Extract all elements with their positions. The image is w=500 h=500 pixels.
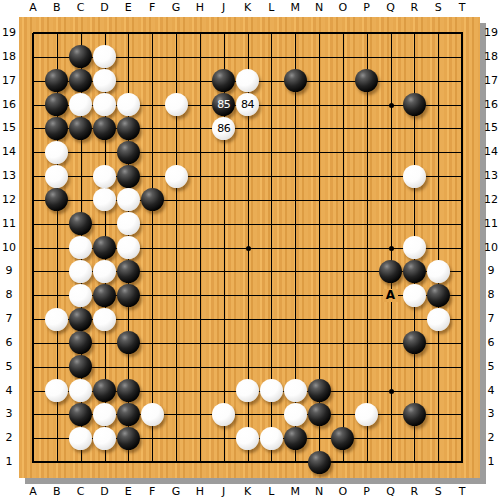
stone-white-C10[interactable] bbox=[69, 236, 92, 259]
stone-white-E12[interactable] bbox=[117, 188, 140, 211]
coord-label: 13 bbox=[480, 170, 500, 182]
stone-black-M17[interactable] bbox=[284, 69, 307, 92]
coord-label: 4 bbox=[0, 385, 20, 397]
stone-black-E4[interactable] bbox=[117, 379, 140, 402]
stone-white-M3[interactable] bbox=[284, 403, 307, 426]
coord-label: 5 bbox=[0, 361, 20, 373]
coord-label: F bbox=[141, 486, 163, 498]
coord-label: O bbox=[332, 2, 354, 14]
coord-label: N bbox=[308, 2, 330, 14]
star-point bbox=[389, 103, 394, 108]
stone-white-E11[interactable] bbox=[117, 212, 140, 235]
coord-label: 15 bbox=[480, 122, 500, 134]
stone-black-D8[interactable] bbox=[93, 284, 116, 307]
stone-white-C8[interactable] bbox=[69, 284, 92, 307]
coord-label: 7 bbox=[0, 313, 20, 325]
stone-black-E8[interactable] bbox=[117, 284, 140, 307]
stone-black-Q9[interactable] bbox=[379, 260, 402, 283]
coord-label: G bbox=[165, 486, 187, 498]
stone-black-P17[interactable] bbox=[355, 69, 378, 92]
coord-label: 5 bbox=[480, 361, 500, 373]
coord-label: 8 bbox=[0, 289, 20, 301]
coord-label: 11 bbox=[480, 218, 500, 230]
move-number-label: 84 bbox=[241, 93, 254, 116]
stone-white-L2[interactable] bbox=[260, 427, 283, 450]
coord-label: 10 bbox=[0, 242, 20, 254]
coord-label: 2 bbox=[480, 432, 500, 444]
stone-black-C6[interactable] bbox=[69, 331, 92, 354]
coord-label: 11 bbox=[0, 218, 20, 230]
stone-black-E14[interactable] bbox=[117, 141, 140, 164]
stone-black-F12[interactable] bbox=[141, 188, 164, 211]
stone-white-M4[interactable] bbox=[284, 379, 307, 402]
stone-black-R6[interactable] bbox=[403, 331, 426, 354]
coord-label: D bbox=[94, 486, 116, 498]
stone-white-R13[interactable] bbox=[403, 165, 426, 188]
stone-black-E2[interactable] bbox=[117, 427, 140, 450]
coord-label: M bbox=[284, 2, 306, 14]
stone-white-K4[interactable] bbox=[236, 379, 259, 402]
coord-label: M bbox=[284, 486, 306, 498]
move-number-label: 85 bbox=[217, 93, 230, 116]
stone-white-J3[interactable] bbox=[212, 403, 235, 426]
stone-black-C3[interactable] bbox=[69, 403, 92, 426]
stone-black-B16[interactable] bbox=[45, 93, 68, 116]
coord-label: P bbox=[356, 486, 378, 498]
star-point bbox=[389, 246, 394, 251]
coord-label: N bbox=[308, 486, 330, 498]
coord-label: R bbox=[403, 486, 425, 498]
coord-label: 13 bbox=[0, 170, 20, 182]
stone-black-B15[interactable] bbox=[45, 117, 68, 140]
stone-white-C4[interactable] bbox=[69, 379, 92, 402]
goban[interactable]: A858486 bbox=[19, 17, 480, 478]
coord-label: P bbox=[356, 2, 378, 14]
grid-line-vertical bbox=[343, 33, 344, 463]
stone-white-D16[interactable] bbox=[93, 93, 116, 116]
stone-white-F3[interactable] bbox=[141, 403, 164, 426]
stone-black-J16[interactable]: 85 bbox=[212, 93, 235, 116]
coord-label: 18 bbox=[0, 51, 20, 63]
coord-label: L bbox=[260, 486, 282, 498]
coord-label: 14 bbox=[0, 146, 20, 158]
stone-white-S7[interactable] bbox=[427, 308, 450, 331]
stone-black-C15[interactable] bbox=[69, 117, 92, 140]
coord-label: A bbox=[22, 2, 44, 14]
move-number-label: 86 bbox=[217, 117, 230, 140]
coord-label: 19 bbox=[0, 27, 20, 39]
stone-black-D4[interactable] bbox=[93, 379, 116, 402]
stone-black-R9[interactable] bbox=[403, 260, 426, 283]
stone-white-R10[interactable] bbox=[403, 236, 426, 259]
grid-line-vertical bbox=[438, 33, 439, 463]
coord-label: 18 bbox=[480, 51, 500, 63]
coord-label: J bbox=[213, 486, 235, 498]
coord-label: E bbox=[117, 2, 139, 14]
stone-white-K16[interactable]: 84 bbox=[236, 93, 259, 116]
star-point bbox=[246, 246, 251, 251]
stone-white-K2[interactable] bbox=[236, 427, 259, 450]
stone-black-S8[interactable] bbox=[427, 284, 450, 307]
stone-white-S9[interactable] bbox=[427, 260, 450, 283]
stone-white-K17[interactable] bbox=[236, 69, 259, 92]
coord-label: 15 bbox=[0, 122, 20, 134]
stone-black-D10[interactable] bbox=[93, 236, 116, 259]
coord-label: 3 bbox=[480, 408, 500, 420]
coord-label: K bbox=[237, 2, 259, 14]
coord-label: A bbox=[22, 486, 44, 498]
point-marker-a: A bbox=[383, 289, 398, 302]
go-board-panel: A858486 AABBCCDDEEFFGGHHJJKKLLMMNNOOPPQQ… bbox=[0, 0, 500, 500]
stone-white-D17[interactable] bbox=[93, 69, 116, 92]
stone-black-E13[interactable] bbox=[117, 165, 140, 188]
stone-white-C16[interactable] bbox=[69, 93, 92, 116]
stone-white-B13[interactable] bbox=[45, 165, 68, 188]
stone-white-D12[interactable] bbox=[93, 188, 116, 211]
stone-black-N1[interactable] bbox=[308, 451, 331, 474]
coord-label: 9 bbox=[0, 265, 20, 277]
coord-label: 16 bbox=[480, 99, 500, 111]
coord-label: G bbox=[165, 2, 187, 14]
stone-black-N3[interactable] bbox=[308, 403, 331, 426]
grid-line-horizontal bbox=[33, 367, 463, 368]
coord-label: S bbox=[427, 486, 449, 498]
coord-label: 17 bbox=[480, 75, 500, 87]
stone-black-B17[interactable] bbox=[45, 69, 68, 92]
coord-label: D bbox=[94, 2, 116, 14]
coord-label: C bbox=[70, 486, 92, 498]
coord-label: T bbox=[451, 486, 473, 498]
stone-white-B14[interactable] bbox=[45, 141, 68, 164]
stone-white-D3[interactable] bbox=[93, 403, 116, 426]
stone-white-B7[interactable] bbox=[45, 308, 68, 331]
stone-black-J17[interactable] bbox=[212, 69, 235, 92]
coord-label: B bbox=[46, 486, 68, 498]
coord-label: H bbox=[189, 486, 211, 498]
stone-white-D2[interactable] bbox=[93, 427, 116, 450]
stone-black-C11[interactable] bbox=[69, 212, 92, 235]
coord-label: L bbox=[260, 2, 282, 14]
stone-black-C5[interactable] bbox=[69, 355, 92, 378]
stone-white-C9[interactable] bbox=[69, 260, 92, 283]
coord-label: E bbox=[117, 486, 139, 498]
coord-label: 1 bbox=[480, 456, 500, 468]
coord-label: 6 bbox=[480, 337, 500, 349]
stone-white-E10[interactable] bbox=[117, 236, 140, 259]
coord-label: S bbox=[427, 2, 449, 14]
coord-label: 16 bbox=[0, 99, 20, 111]
stone-white-P3[interactable] bbox=[355, 403, 378, 426]
stone-black-R16[interactable] bbox=[403, 93, 426, 116]
stone-white-G13[interactable] bbox=[165, 165, 188, 188]
coord-label: B bbox=[46, 2, 68, 14]
stone-black-M2[interactable] bbox=[284, 427, 307, 450]
coord-label: 9 bbox=[480, 265, 500, 277]
coord-label: 3 bbox=[0, 408, 20, 420]
coord-label: 2 bbox=[0, 432, 20, 444]
coord-label: 4 bbox=[480, 385, 500, 397]
coord-label: T bbox=[451, 2, 473, 14]
coord-label: Q bbox=[380, 2, 402, 14]
grid-line-vertical bbox=[367, 33, 368, 463]
coord-label: K bbox=[237, 486, 259, 498]
stone-black-O2[interactable] bbox=[331, 427, 354, 450]
stone-white-E16[interactable] bbox=[117, 93, 140, 116]
coord-label: F bbox=[141, 2, 163, 14]
stone-white-C2[interactable] bbox=[69, 427, 92, 450]
coord-label: 19 bbox=[480, 27, 500, 39]
stone-black-E15[interactable] bbox=[117, 117, 140, 140]
grid-line-vertical bbox=[461, 33, 463, 463]
stone-black-C7[interactable] bbox=[69, 308, 92, 331]
stone-white-D18[interactable] bbox=[93, 45, 116, 68]
stone-black-D15[interactable] bbox=[93, 117, 116, 140]
stone-black-C18[interactable] bbox=[69, 45, 92, 68]
coord-label: 14 bbox=[480, 146, 500, 158]
coord-label: H bbox=[189, 2, 211, 14]
stone-black-E6[interactable] bbox=[117, 331, 140, 354]
coord-label: 10 bbox=[480, 242, 500, 254]
stone-white-D7[interactable] bbox=[93, 308, 116, 331]
stone-white-D13[interactable] bbox=[93, 165, 116, 188]
stone-white-D9[interactable] bbox=[93, 260, 116, 283]
coord-label: 17 bbox=[0, 75, 20, 87]
stone-black-R3[interactable] bbox=[403, 403, 426, 426]
coord-label: 12 bbox=[480, 194, 500, 206]
coord-label: 6 bbox=[0, 337, 20, 349]
coord-label: 1 bbox=[0, 456, 20, 468]
stone-white-G16[interactable] bbox=[165, 93, 188, 116]
stone-white-J15[interactable]: 86 bbox=[212, 117, 235, 140]
stone-white-B4[interactable] bbox=[45, 379, 68, 402]
stone-black-C17[interactable] bbox=[69, 69, 92, 92]
stone-white-R8[interactable] bbox=[403, 284, 426, 307]
coord-label: C bbox=[70, 2, 92, 14]
coord-label: Q bbox=[380, 486, 402, 498]
grid-line-horizontal bbox=[33, 461, 463, 463]
coord-label: 12 bbox=[0, 194, 20, 206]
grid-line-horizontal bbox=[33, 343, 463, 344]
coord-label: J bbox=[213, 2, 235, 14]
stone-black-B12[interactable] bbox=[45, 188, 68, 211]
coord-label: O bbox=[332, 486, 354, 498]
coord-label: R bbox=[403, 2, 425, 14]
coord-label: 8 bbox=[480, 289, 500, 301]
coord-label: 7 bbox=[480, 313, 500, 325]
stone-white-L4[interactable] bbox=[260, 379, 283, 402]
stone-black-E9[interactable] bbox=[117, 260, 140, 283]
stone-black-E3[interactable] bbox=[117, 403, 140, 426]
star-point bbox=[389, 389, 394, 394]
stone-black-N4[interactable] bbox=[308, 379, 331, 402]
